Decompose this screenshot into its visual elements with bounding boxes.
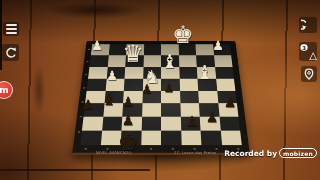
undo-icon — [301, 19, 315, 31]
recording-watermark: Recorded by mobizen — [224, 148, 317, 158]
hint-count-badge: 3 — [300, 44, 307, 50]
screenshot-stage: NIVEL AVANCADO 27. Lance das Pretas ♚♛♝♝… — [0, 0, 320, 180]
pyramid-3d-icon: △ — [309, 51, 317, 61]
rotate-icon — [4, 46, 17, 59]
rotate-board-button[interactable] — [2, 44, 19, 61]
mobizen-logo: mobizen — [279, 148, 317, 158]
pin-icon — [303, 68, 315, 80]
view-3d-toggle-button[interactable]: 3 △ — [299, 42, 317, 61]
recorded-by-text: Recorded by — [224, 149, 277, 158]
mobizen-record-button[interactable]: m — [0, 81, 13, 99]
position-pin-button[interactable] — [301, 66, 317, 82]
menu-button[interactable] — [3, 22, 19, 36]
undo-move-button[interactable] — [299, 17, 317, 33]
mobizen-m-label: m — [0, 86, 9, 95]
menu-icon — [6, 24, 17, 26]
